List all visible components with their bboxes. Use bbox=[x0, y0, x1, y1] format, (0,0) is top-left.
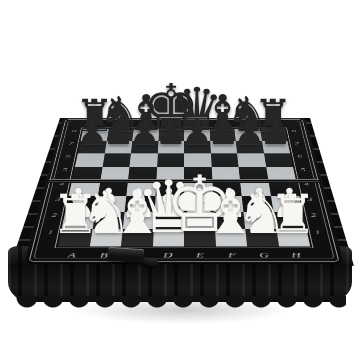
square-h6[interactable] bbox=[264, 153, 293, 166]
file-label-g: G bbox=[248, 250, 281, 259]
rank-label-left-6: 6 bbox=[61, 153, 74, 166]
file-label-h: H bbox=[279, 250, 313, 259]
square-b6[interactable] bbox=[102, 153, 131, 166]
file-label-e: E bbox=[184, 250, 216, 259]
file-label-a: A bbox=[55, 250, 89, 259]
rank-label-6: 6 bbox=[294, 153, 307, 166]
chess-set-photo: ABCDEFGH1122334455667788 ♜♞♝♚♛♝♞♜♟♟♟♟♟♟♟… bbox=[0, 0, 360, 359]
file-label-f: F bbox=[216, 250, 249, 259]
square-g6[interactable] bbox=[237, 153, 266, 166]
case-clasp[interactable] bbox=[108, 247, 145, 263]
case-scalloped-edge bbox=[14, 296, 346, 309]
square-a6[interactable] bbox=[75, 153, 104, 166]
piece-white-rook[interactable]: ♜ bbox=[261, 188, 325, 242]
piece-black-pawn[interactable]: ♟ bbox=[255, 115, 297, 150]
